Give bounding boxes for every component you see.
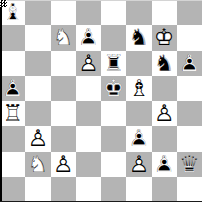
white-pawn-line-glyph: ♙: [126, 152, 151, 177]
square-a2[interactable]: [0, 152, 25, 177]
white-bishop-fill-glyph: ♝: [126, 76, 151, 101]
square-e1[interactable]: [101, 177, 126, 202]
black-pawn[interactable]: ♟♙: [177, 51, 202, 76]
black-king-line-glyph: ♔: [101, 76, 126, 101]
square-h7[interactable]: [177, 25, 202, 50]
square-c5[interactable]: [51, 76, 76, 101]
white-pawn[interactable]: ♟♙: [152, 101, 177, 126]
square-a7[interactable]: [0, 25, 25, 50]
black-rook-fill-glyph: ♜: [101, 51, 126, 76]
square-d7[interactable]: ♟♙: [76, 25, 101, 50]
square-f5[interactable]: ♝♗: [126, 76, 151, 101]
square-h6[interactable]: ♟♙: [177, 51, 202, 76]
white-knight-line-glyph: ♘: [51, 25, 76, 50]
white-pawn-fill-glyph: ♟: [25, 126, 50, 151]
square-g7[interactable]: ♚♔: [152, 25, 177, 50]
black-pawn-fill-glyph: ♟: [0, 76, 25, 101]
square-f1[interactable]: [126, 177, 151, 202]
white-rook-fill-glyph: ♜: [0, 101, 25, 126]
square-f2[interactable]: ♟♙: [126, 152, 151, 177]
square-e7[interactable]: [101, 25, 126, 50]
white-bishop-line-glyph: ♗: [126, 76, 151, 101]
white-king[interactable]: ♚♔: [152, 25, 177, 50]
square-f7[interactable]: ♞♘: [126, 25, 151, 50]
board-top-edge: [0, 0, 202, 1]
square-f6[interactable]: [126, 51, 151, 76]
square-d2[interactable]: [76, 152, 101, 177]
square-e5[interactable]: ♚♔: [101, 76, 126, 101]
black-knight[interactable]: ♞♘: [152, 51, 177, 76]
black-pawn-line-glyph: ♙: [177, 51, 202, 76]
square-h5[interactable]: [177, 76, 202, 101]
square-g5[interactable]: [152, 76, 177, 101]
white-pawn[interactable]: ♟♙: [51, 152, 76, 177]
black-pawn-line-glyph: ♙: [126, 126, 151, 151]
square-c7[interactable]: ♞♘: [51, 25, 76, 50]
chess-diagram: ♝♗♞♘♟♙♞♘♚♔♟♙♜♖♞♘♟♙♟♙♚♔♝♗♜♖♟♙♟♙♟♙♞♘♟♙♟♙♟♙…: [0, 0, 202, 202]
black-pawn-fill-glyph: ♟: [152, 152, 177, 177]
square-h8[interactable]: [177, 0, 202, 25]
black-king[interactable]: ♚♔: [101, 76, 126, 101]
square-g8[interactable]: [152, 0, 177, 25]
white-knight-fill-glyph: ♞: [51, 25, 76, 50]
square-d6[interactable]: ♟♙: [76, 51, 101, 76]
black-knight-line-glyph: ♘: [126, 25, 151, 50]
black-knight-fill-glyph: ♞: [152, 51, 177, 76]
black-pawn-line-glyph: ♙: [76, 25, 101, 50]
square-g1[interactable]: [152, 177, 177, 202]
white-king-line-glyph: ♔: [152, 25, 177, 50]
square-g4[interactable]: ♟♙: [152, 101, 177, 126]
black-pawn[interactable]: ♟♙: [0, 76, 25, 101]
white-knight[interactable]: ♞♘: [51, 25, 76, 50]
square-c2[interactable]: ♟♙: [51, 152, 76, 177]
square-a1[interactable]: [0, 177, 25, 202]
square-b3[interactable]: ♟♙: [25, 126, 50, 151]
white-king-fill-glyph: ♚: [152, 25, 177, 50]
square-c3[interactable]: [51, 126, 76, 151]
white-knight-line-glyph: ♘: [25, 152, 50, 177]
square-b5[interactable]: [25, 76, 50, 101]
black-queen-fill-glyph: ♛: [177, 152, 202, 177]
square-e2[interactable]: [101, 152, 126, 177]
square-b1[interactable]: [25, 177, 50, 202]
square-f3[interactable]: ♟♙: [126, 126, 151, 151]
square-e8[interactable]: [101, 0, 126, 25]
white-pawn[interactable]: ♟♙: [126, 152, 151, 177]
black-pawn[interactable]: ♟♙: [76, 25, 101, 50]
black-pawn-line-glyph: ♙: [152, 152, 177, 177]
white-bishop[interactable]: ♝♗: [126, 76, 151, 101]
square-f4[interactable]: [126, 101, 151, 126]
square-e3[interactable]: [101, 126, 126, 151]
board-left-border: [0, 0, 2, 202]
square-b2[interactable]: ♞♘: [25, 152, 50, 177]
white-knight-fill-glyph: ♞: [25, 152, 50, 177]
corner-dither-patch: [0, 0, 7, 7]
white-pawn-line-glyph: ♙: [76, 51, 101, 76]
white-pawn-line-glyph: ♙: [25, 126, 50, 151]
chess-board: ♝♗♞♘♟♙♞♘♚♔♟♙♜♖♞♘♟♙♟♙♚♔♝♗♜♖♟♙♟♙♟♙♞♘♟♙♟♙♟♙…: [0, 0, 202, 202]
white-pawn-fill-glyph: ♟: [152, 101, 177, 126]
black-pawn-fill-glyph: ♟: [76, 25, 101, 50]
square-h4[interactable]: [177, 101, 202, 126]
white-pawn[interactable]: ♟♙: [25, 126, 50, 151]
square-d3[interactable]: [76, 126, 101, 151]
square-a3[interactable]: [0, 126, 25, 151]
black-knight[interactable]: ♞♘: [126, 25, 151, 50]
square-a4[interactable]: ♜♖: [0, 101, 25, 126]
white-pawn-line-glyph: ♙: [152, 101, 177, 126]
square-b8[interactable]: [25, 0, 50, 25]
square-g2[interactable]: ♟♙: [152, 152, 177, 177]
black-pawn[interactable]: ♟♙: [126, 126, 151, 151]
white-pawn-line-glyph: ♙: [51, 152, 76, 177]
white-pawn-fill-glyph: ♟: [76, 51, 101, 76]
black-knight-line-glyph: ♘: [152, 51, 177, 76]
square-e4[interactable]: [101, 101, 126, 126]
square-d1[interactable]: [76, 177, 101, 202]
square-b4[interactable]: [25, 101, 50, 126]
square-c4[interactable]: [51, 101, 76, 126]
black-pawn-fill-glyph: ♟: [126, 126, 151, 151]
square-g3[interactable]: [152, 126, 177, 151]
square-h1[interactable]: [177, 177, 202, 202]
square-d5[interactable]: [76, 76, 101, 101]
square-b7[interactable]: [25, 25, 50, 50]
square-h3[interactable]: [177, 126, 202, 151]
square-c1[interactable]: [51, 177, 76, 202]
square-d8[interactable]: [76, 0, 101, 25]
white-rook[interactable]: ♜♖: [0, 101, 25, 126]
square-c6[interactable]: [51, 51, 76, 76]
black-king-fill-glyph: ♚: [101, 76, 126, 101]
board-bottom-border: [0, 201, 202, 202]
square-a5[interactable]: ♟♙: [0, 76, 25, 101]
white-rook-line-glyph: ♖: [0, 101, 25, 126]
black-queen[interactable]: ♛♕: [177, 152, 202, 177]
black-queen-line-glyph: ♕: [177, 152, 202, 177]
white-pawn-fill-glyph: ♟: [51, 152, 76, 177]
black-rook-line-glyph: ♖: [101, 51, 126, 76]
black-pawn-line-glyph: ♙: [0, 76, 25, 101]
square-a6[interactable]: [0, 51, 25, 76]
white-pawn-fill-glyph: ♟: [126, 152, 151, 177]
square-c8[interactable]: [51, 0, 76, 25]
white-knight[interactable]: ♞♘: [25, 152, 50, 177]
square-d4[interactable]: [76, 101, 101, 126]
black-pawn[interactable]: ♟♙: [152, 152, 177, 177]
square-f8[interactable]: [126, 0, 151, 25]
square-b6[interactable]: [25, 51, 50, 76]
black-pawn-fill-glyph: ♟: [177, 51, 202, 76]
black-knight-fill-glyph: ♞: [126, 25, 151, 50]
square-e6[interactable]: ♜♖: [101, 51, 126, 76]
black-rook[interactable]: ♜♖: [101, 51, 126, 76]
square-g6[interactable]: ♞♘: [152, 51, 177, 76]
square-h2[interactable]: ♛♕: [177, 152, 202, 177]
white-pawn[interactable]: ♟♙: [76, 51, 101, 76]
